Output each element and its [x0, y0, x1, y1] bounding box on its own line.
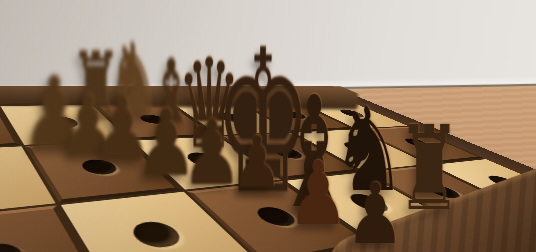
peg-hole — [400, 138, 435, 148]
peg-hole — [339, 142, 379, 154]
peg-hole — [343, 193, 396, 214]
peg-hole — [181, 152, 226, 168]
peg-hole — [43, 117, 81, 129]
peg-hole — [0, 241, 28, 252]
peg-hole — [336, 109, 368, 117]
peg-hole — [269, 147, 308, 160]
peg-hole — [127, 220, 187, 251]
peg-hole — [250, 205, 302, 228]
peg-hole — [212, 112, 247, 122]
chess-photo-scene: ♜♞♝♛♚♝♞♜♟♟♟♟♟♟♟♟ — [0, 0, 536, 252]
peg-hole — [78, 159, 121, 176]
peg-hole — [280, 111, 311, 119]
peg-hole — [136, 115, 170, 125]
